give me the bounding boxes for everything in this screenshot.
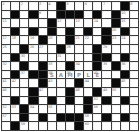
clue-number: 44 xyxy=(85,79,89,83)
white-cell[interactable] xyxy=(112,54,121,63)
watermark-letter: A xyxy=(57,71,65,79)
black-cell xyxy=(66,11,75,20)
black-cell xyxy=(29,88,38,97)
white-cell[interactable] xyxy=(130,114,139,123)
white-cell[interactable]: 35 xyxy=(102,62,111,71)
watermark-letter: E xyxy=(93,71,101,79)
black-cell xyxy=(102,54,111,63)
white-cell[interactable] xyxy=(57,97,66,106)
white-cell[interactable] xyxy=(84,11,93,20)
black-cell xyxy=(66,114,75,123)
clue-number: 10 xyxy=(121,11,125,15)
white-cell[interactable]: 3 xyxy=(39,2,48,11)
clue-number: 49 xyxy=(103,88,107,92)
black-cell xyxy=(75,114,84,123)
white-cell[interactable] xyxy=(121,45,130,54)
white-cell[interactable] xyxy=(112,97,121,106)
black-cell xyxy=(75,79,84,88)
white-cell[interactable] xyxy=(57,28,66,37)
white-cell[interactable]: 45 xyxy=(121,79,130,88)
clue-number: 15 xyxy=(121,19,125,23)
white-cell[interactable] xyxy=(93,36,102,45)
clue-number: 18 xyxy=(12,36,16,40)
white-cell[interactable] xyxy=(20,28,29,37)
clue-number: 16 xyxy=(112,28,116,32)
white-cell[interactable]: 54 xyxy=(29,105,38,114)
white-cell[interactable] xyxy=(29,79,38,88)
white-cell[interactable]: 58 xyxy=(84,114,93,123)
clue-number: 42 xyxy=(12,79,16,83)
black-cell xyxy=(102,114,111,123)
white-cell[interactable]: 59 xyxy=(20,122,29,131)
white-cell[interactable]: 16 xyxy=(112,28,121,37)
black-cell xyxy=(48,97,57,106)
white-cell[interactable]: 46 xyxy=(2,88,11,97)
clue-number: 28 xyxy=(66,45,70,49)
white-cell[interactable]: 13 xyxy=(75,19,84,28)
white-cell[interactable] xyxy=(84,88,93,97)
white-cell[interactable]: 14 xyxy=(93,19,102,28)
white-cell[interactable]: 5 xyxy=(66,2,75,11)
clue-number: 23 xyxy=(112,36,116,40)
clue-number: 41 xyxy=(3,79,7,83)
white-cell[interactable]: 22 xyxy=(84,36,93,45)
white-cell[interactable]: 17 xyxy=(2,36,11,45)
white-cell[interactable] xyxy=(84,19,93,28)
clue-number: 43 xyxy=(48,79,52,83)
white-cell[interactable]: P xyxy=(75,71,84,80)
clue-number: 20 xyxy=(48,36,52,40)
black-cell xyxy=(39,114,48,123)
white-cell[interactable] xyxy=(112,105,121,114)
clue-number: 58 xyxy=(85,114,89,118)
white-cell[interactable] xyxy=(2,11,11,20)
white-cell[interactable] xyxy=(130,11,139,20)
white-cell[interactable] xyxy=(11,114,20,123)
clue-number: 35 xyxy=(103,62,107,66)
black-cell xyxy=(66,88,75,97)
clue-number: 33 xyxy=(48,62,52,66)
white-cell[interactable] xyxy=(130,88,139,97)
white-cell[interactable] xyxy=(2,28,11,37)
white-cell[interactable]: 34 xyxy=(75,62,84,71)
white-cell[interactable]: 57 xyxy=(2,114,11,123)
white-cell[interactable]: 6 xyxy=(84,2,93,11)
black-cell xyxy=(39,79,48,88)
white-cell[interactable] xyxy=(29,114,38,123)
white-cell[interactable] xyxy=(93,79,102,88)
white-cell[interactable]: 36 xyxy=(121,62,130,71)
black-cell xyxy=(29,28,38,37)
white-cell[interactable]: 20 xyxy=(48,36,57,45)
white-cell[interactable]: 41 xyxy=(2,79,11,88)
white-cell[interactable] xyxy=(11,45,20,54)
black-cell xyxy=(75,122,84,131)
clue-number: 11 xyxy=(3,19,7,23)
white-cell[interactable]: 24 xyxy=(121,36,130,45)
black-cell xyxy=(121,71,130,80)
black-cell xyxy=(39,71,48,80)
white-cell[interactable] xyxy=(57,88,66,97)
white-cell[interactable] xyxy=(66,79,75,88)
white-cell[interactable] xyxy=(39,97,48,106)
white-cell[interactable]: 60 xyxy=(84,122,93,131)
black-cell xyxy=(11,28,20,37)
white-cell[interactable] xyxy=(93,28,102,37)
crossword-grid: 1234567891011121314151617181920212223242… xyxy=(1,1,139,131)
white-cell[interactable]: 53 xyxy=(11,105,20,114)
clue-number: 32 xyxy=(3,62,7,66)
white-cell[interactable]: 29 xyxy=(102,45,111,54)
clue-number: 31 xyxy=(57,54,61,58)
black-cell xyxy=(84,28,93,37)
white-cell[interactable]: L xyxy=(84,71,93,80)
clue-number: 51 xyxy=(94,97,98,101)
white-cell[interactable] xyxy=(112,45,121,54)
clue-number: 3 xyxy=(39,2,41,6)
black-cell xyxy=(11,54,20,63)
white-cell[interactable] xyxy=(130,45,139,54)
white-cell[interactable]: 25 xyxy=(2,45,11,54)
clue-number: 56 xyxy=(94,105,98,109)
white-cell[interactable]: 43 xyxy=(48,79,57,88)
clue-number: 9 xyxy=(39,11,41,15)
clue-number: 57 xyxy=(3,114,7,118)
white-cell[interactable] xyxy=(84,54,93,63)
black-cell xyxy=(48,28,57,37)
black-cell xyxy=(112,19,121,28)
black-cell xyxy=(48,19,57,28)
black-cell xyxy=(11,97,20,106)
white-cell[interactable] xyxy=(2,122,11,131)
clue-number: 30 xyxy=(21,54,25,58)
black-cell xyxy=(75,11,84,20)
clue-number: 25 xyxy=(3,45,7,49)
white-cell[interactable] xyxy=(48,45,57,54)
white-cell[interactable]: 10 xyxy=(121,11,130,20)
white-cell[interactable] xyxy=(130,79,139,88)
white-cell[interactable] xyxy=(48,122,57,131)
clue-number: 17 xyxy=(3,36,7,40)
black-cell xyxy=(39,62,48,71)
white-cell[interactable]: 33 xyxy=(48,62,57,71)
black-cell xyxy=(112,62,121,71)
black-cell xyxy=(121,97,130,106)
white-cell[interactable] xyxy=(48,114,57,123)
white-cell[interactable] xyxy=(102,79,111,88)
white-cell[interactable]: 19 xyxy=(29,36,38,45)
white-cell[interactable]: 37 xyxy=(20,71,29,80)
white-cell[interactable] xyxy=(84,45,93,54)
clue-number: 12 xyxy=(57,19,61,23)
white-cell[interactable] xyxy=(130,28,139,37)
clue-number: 2 xyxy=(21,2,23,6)
white-cell[interactable] xyxy=(20,79,29,88)
clue-number: 50 xyxy=(112,88,116,92)
white-cell[interactable]: 2 xyxy=(20,2,29,11)
white-cell[interactable] xyxy=(102,71,111,80)
white-cell[interactable] xyxy=(121,88,130,97)
white-cell[interactable]: 12 xyxy=(57,19,66,28)
clue-number: 59 xyxy=(21,122,25,126)
white-cell[interactable] xyxy=(93,114,102,123)
white-cell[interactable]: A xyxy=(57,71,66,80)
black-cell xyxy=(121,54,130,63)
clue-number: 21 xyxy=(76,36,80,40)
clue-number: 8 xyxy=(130,2,132,6)
white-cell[interactable] xyxy=(93,122,102,131)
white-cell[interactable]: 28 xyxy=(66,45,75,54)
clue-number: 60 xyxy=(85,122,89,126)
white-cell[interactable] xyxy=(112,114,121,123)
black-cell xyxy=(29,97,38,106)
black-cell xyxy=(66,62,75,71)
black-cell xyxy=(102,97,111,106)
clue-number: 13 xyxy=(76,19,80,23)
black-cell xyxy=(20,114,29,123)
clue-number: 6 xyxy=(85,2,87,6)
black-cell xyxy=(20,62,29,71)
black-cell xyxy=(57,114,66,123)
black-cell xyxy=(66,28,75,37)
black-cell xyxy=(93,88,102,97)
black-cell xyxy=(66,97,75,106)
white-cell[interactable] xyxy=(11,88,20,97)
white-cell[interactable]: 21 xyxy=(75,36,84,45)
clue-number: 45 xyxy=(121,79,125,83)
black-cell xyxy=(102,36,111,45)
black-cell xyxy=(112,79,121,88)
white-cell[interactable]: 7 xyxy=(102,2,111,11)
clue-number: 36 xyxy=(121,62,125,66)
white-cell[interactable] xyxy=(75,105,84,114)
white-cell[interactable] xyxy=(29,19,38,28)
white-cell[interactable] xyxy=(39,28,48,37)
white-cell[interactable] xyxy=(39,19,48,28)
white-cell[interactable] xyxy=(20,97,29,106)
white-cell[interactable] xyxy=(39,122,48,131)
white-cell[interactable] xyxy=(102,122,111,131)
white-cell[interactable] xyxy=(121,122,130,131)
black-cell xyxy=(121,28,130,37)
white-cell[interactable] xyxy=(48,11,57,20)
clue-number: 53 xyxy=(12,105,16,109)
white-cell[interactable] xyxy=(20,19,29,28)
white-cell[interactable]: 8 xyxy=(130,2,139,11)
watermark-letter: M xyxy=(66,71,74,79)
clue-number: 48 xyxy=(76,88,80,92)
black-cell xyxy=(11,71,20,80)
white-cell[interactable]: 15 xyxy=(121,19,130,28)
clue-number: 46 xyxy=(3,88,7,92)
white-cell[interactable] xyxy=(39,105,48,114)
black-cell xyxy=(84,97,93,106)
clue-number: 47 xyxy=(39,88,43,92)
white-cell[interactable]: 47 xyxy=(39,88,48,97)
clue-number: 22 xyxy=(85,36,89,40)
white-cell[interactable] xyxy=(2,97,11,106)
white-cell[interactable] xyxy=(20,36,29,45)
clue-number: 54 xyxy=(30,105,34,109)
white-cell[interactable] xyxy=(57,62,66,71)
white-cell[interactable] xyxy=(121,105,130,114)
white-cell[interactable]: 23 xyxy=(112,36,121,45)
white-cell[interactable] xyxy=(130,71,139,80)
white-cell[interactable] xyxy=(130,97,139,106)
white-cell[interactable]: 49 xyxy=(102,88,111,97)
white-cell[interactable] xyxy=(57,36,66,45)
white-cell[interactable] xyxy=(75,97,84,106)
clue-number: 5 xyxy=(66,2,68,6)
white-cell[interactable] xyxy=(112,122,121,131)
black-cell xyxy=(121,114,130,123)
white-cell[interactable] xyxy=(102,19,111,28)
white-cell[interactable] xyxy=(11,2,20,11)
white-cell[interactable] xyxy=(130,62,139,71)
white-cell[interactable]: 40E xyxy=(93,71,102,80)
white-cell[interactable] xyxy=(112,71,121,80)
black-cell xyxy=(20,105,29,114)
white-cell[interactable] xyxy=(29,2,38,11)
white-cell[interactable] xyxy=(130,105,139,114)
white-cell[interactable] xyxy=(48,88,57,97)
white-cell[interactable] xyxy=(102,105,111,114)
black-cell xyxy=(93,45,102,54)
black-cell xyxy=(93,11,102,20)
white-cell[interactable] xyxy=(11,62,20,71)
black-cell xyxy=(57,11,66,20)
crossword-board: 1234567891011121314151617181920212223242… xyxy=(0,0,140,132)
black-cell xyxy=(112,11,121,20)
clue-number: 26 xyxy=(30,45,34,49)
white-cell[interactable]: 50 xyxy=(112,88,121,97)
white-cell[interactable] xyxy=(2,71,11,80)
white-cell[interactable] xyxy=(57,79,66,88)
clue-number: 29 xyxy=(103,45,107,49)
white-cell[interactable] xyxy=(130,19,139,28)
white-cell[interactable] xyxy=(48,54,57,63)
watermark-letter: P xyxy=(75,71,83,79)
black-cell xyxy=(20,45,29,54)
white-cell[interactable]: 31 xyxy=(57,54,66,63)
white-cell[interactable]: 4 xyxy=(48,2,57,11)
white-cell[interactable] xyxy=(75,54,84,63)
white-cell[interactable]: 51 xyxy=(93,97,102,106)
white-cell[interactable]: 30 xyxy=(20,54,29,63)
white-cell[interactable] xyxy=(75,28,84,37)
white-cell[interactable] xyxy=(29,54,38,63)
clue-number: 24 xyxy=(121,36,125,40)
white-cell[interactable]: 38S xyxy=(48,71,57,80)
white-cell[interactable] xyxy=(66,54,75,63)
white-cell[interactable]: 11 xyxy=(2,19,11,28)
black-cell xyxy=(93,62,102,71)
clue-number: 37 xyxy=(21,71,25,75)
white-cell[interactable]: 26 xyxy=(29,45,38,54)
white-cell[interactable] xyxy=(112,2,121,11)
clue-number: 14 xyxy=(94,19,98,23)
white-cell[interactable] xyxy=(11,19,20,28)
white-cell[interactable]: 44 xyxy=(84,79,93,88)
white-cell[interactable]: 18 xyxy=(11,36,20,45)
black-cell xyxy=(102,28,111,37)
white-cell[interactable]: 9 xyxy=(39,11,48,20)
clue-number: 1 xyxy=(3,2,5,6)
white-cell[interactable]: 55 xyxy=(48,105,57,114)
white-cell[interactable]: 48 xyxy=(75,88,84,97)
white-cell[interactable]: 52 xyxy=(2,105,11,114)
white-cell[interactable] xyxy=(66,105,75,114)
white-cell[interactable] xyxy=(102,11,111,20)
black-cell xyxy=(57,45,66,54)
clue-number: 27 xyxy=(39,45,43,49)
white-cell[interactable]: 27 xyxy=(39,45,48,54)
watermark-letter: S xyxy=(48,71,56,79)
white-cell[interactable] xyxy=(93,2,102,11)
black-cell xyxy=(57,2,66,11)
black-cell xyxy=(29,71,38,80)
white-cell[interactable] xyxy=(39,54,48,63)
black-cell xyxy=(93,54,102,63)
black-cell xyxy=(121,2,130,11)
white-cell[interactable]: 32 xyxy=(2,62,11,71)
white-cell[interactable] xyxy=(57,105,66,114)
clue-number: 7 xyxy=(103,2,105,6)
black-cell xyxy=(29,11,38,20)
white-cell[interactable] xyxy=(130,122,139,131)
white-cell[interactable] xyxy=(75,2,84,11)
white-cell[interactable] xyxy=(75,45,84,54)
clue-number: 19 xyxy=(30,36,34,40)
white-cell[interactable] xyxy=(66,122,75,131)
white-cell[interactable] xyxy=(66,19,75,28)
white-cell[interactable] xyxy=(130,36,139,45)
clue-number: 34 xyxy=(76,62,80,66)
clue-number: 55 xyxy=(48,105,52,109)
black-cell xyxy=(66,36,75,45)
white-cell[interactable] xyxy=(20,88,29,97)
white-cell[interactable] xyxy=(57,122,66,131)
white-cell[interactable]: 39M xyxy=(66,71,75,80)
white-cell[interactable]: 42 xyxy=(11,79,20,88)
watermark-letter: L xyxy=(84,71,92,79)
clue-number: 4 xyxy=(48,2,50,6)
white-cell[interactable] xyxy=(20,11,29,20)
white-cell[interactable] xyxy=(29,122,38,131)
clue-number: 52 xyxy=(3,105,7,109)
white-cell[interactable] xyxy=(130,54,139,63)
white-cell[interactable] xyxy=(2,54,11,63)
white-cell[interactable] xyxy=(29,62,38,71)
white-cell[interactable] xyxy=(84,62,93,71)
black-cell xyxy=(39,36,48,45)
white-cell[interactable]: 1 xyxy=(2,2,11,11)
black-cell xyxy=(84,105,93,114)
black-cell xyxy=(11,122,20,131)
white-cell[interactable]: 56 xyxy=(93,105,102,114)
black-cell xyxy=(11,11,20,20)
